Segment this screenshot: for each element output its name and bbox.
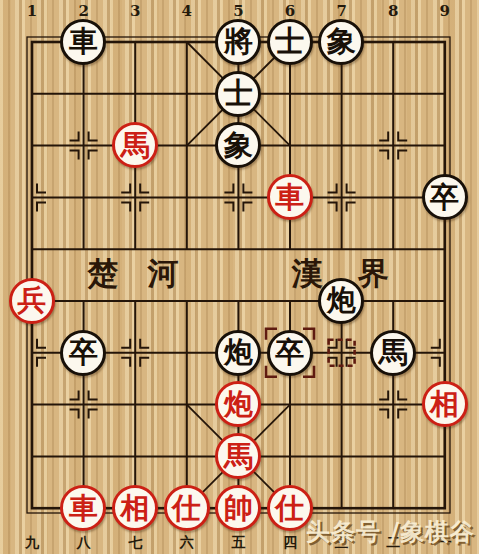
- file-label-bottom: 八: [77, 534, 91, 552]
- piece-black-soldier[interactable]: 卒: [422, 174, 468, 220]
- piece-red-cannon[interactable]: 炮: [215, 381, 261, 427]
- river-char: 界: [358, 253, 389, 295]
- river-char: 河: [148, 253, 179, 295]
- piece-red-chariot[interactable]: 車: [60, 485, 106, 531]
- river-char: 漢: [292, 253, 323, 295]
- file-label-bottom: 七: [128, 534, 142, 552]
- file-label-top: 9: [440, 2, 450, 20]
- piece-black-advisor[interactable]: 士: [267, 19, 313, 65]
- file-label-bottom: 九: [25, 534, 39, 552]
- piece-red-chariot[interactable]: 車: [267, 174, 313, 220]
- piece-red-horse[interactable]: 馬: [112, 122, 158, 168]
- piece-red-elephant[interactable]: 相: [112, 485, 158, 531]
- file-label-top: 1: [27, 2, 37, 20]
- xiangqi-board: 車將士象士象馬車卒兵炮卒炮卒馬炮相馬車相仕帥仕 123456789九八七六五四三…: [0, 0, 479, 554]
- piece-red-elephant[interactable]: 相: [422, 381, 468, 427]
- file-label-bottom: 五: [231, 534, 245, 552]
- piece-black-general[interactable]: 將: [215, 19, 261, 65]
- piece-black-chariot[interactable]: 車: [60, 19, 106, 65]
- file-label-top: 2: [78, 2, 88, 20]
- file-label-top: 8: [388, 2, 398, 20]
- file-label-bottom: 六: [180, 534, 194, 552]
- piece-black-advisor[interactable]: 士: [215, 71, 261, 117]
- piece-black-cannon[interactable]: 炮: [318, 278, 364, 324]
- piece-red-horse[interactable]: 馬: [215, 433, 261, 479]
- piece-black-elephant[interactable]: 象: [215, 122, 261, 168]
- file-label-top: 7: [336, 2, 346, 20]
- file-label-top: 3: [130, 2, 140, 20]
- file-label-top: 6: [285, 2, 295, 20]
- piece-red-advisor[interactable]: 仕: [164, 485, 210, 531]
- piece-black-soldier[interactable]: 卒: [267, 330, 313, 376]
- piece-black-soldier[interactable]: 卒: [60, 330, 106, 376]
- piece-black-horse[interactable]: 馬: [370, 330, 416, 376]
- file-label-bottom: 四: [283, 534, 297, 552]
- piece-black-elephant[interactable]: 象: [318, 19, 364, 65]
- piece-red-general[interactable]: 帥: [215, 485, 261, 531]
- watermark: 头条号 /象棋谷: [306, 516, 475, 548]
- file-label-top: 4: [182, 2, 192, 20]
- river-char: 楚: [88, 253, 119, 295]
- piece-red-soldier[interactable]: 兵: [9, 278, 55, 324]
- piece-black-cannon[interactable]: 炮: [215, 330, 261, 376]
- file-label-top: 5: [233, 2, 243, 20]
- piece-grid: 車將士象士象馬車卒兵炮卒炮卒馬炮相馬車相仕帥仕: [6, 16, 470, 534]
